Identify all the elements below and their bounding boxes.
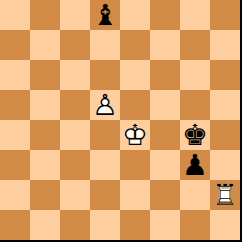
square-c4[interactable] <box>60 120 90 150</box>
square-f8[interactable] <box>150 0 180 30</box>
square-a8[interactable] <box>0 0 30 30</box>
square-f1[interactable] <box>150 210 180 240</box>
black-king-piece[interactable]: ♚ <box>180 120 210 150</box>
square-h8[interactable] <box>210 0 240 30</box>
square-g6[interactable] <box>180 60 210 90</box>
white-king-outline-glyph: ♔ <box>120 120 150 150</box>
square-c3[interactable] <box>60 150 90 180</box>
square-e8[interactable] <box>120 0 150 30</box>
white-rook-piece[interactable]: ♜♖ <box>210 180 240 210</box>
square-g5[interactable] <box>180 90 210 120</box>
black-pawn-glyph: ♟ <box>180 150 210 180</box>
square-d7[interactable] <box>90 30 120 60</box>
square-d3[interactable] <box>90 150 120 180</box>
square-b6[interactable] <box>30 60 60 90</box>
white-pawn-piece[interactable]: ♟♙ <box>90 90 120 120</box>
square-e7[interactable] <box>120 30 150 60</box>
square-b7[interactable] <box>30 30 60 60</box>
square-b3[interactable] <box>30 150 60 180</box>
square-f3[interactable] <box>150 150 180 180</box>
square-e3[interactable] <box>120 150 150 180</box>
square-a3[interactable] <box>0 150 30 180</box>
white-pawn-outline-glyph: ♙ <box>90 90 120 120</box>
square-f2[interactable] <box>150 180 180 210</box>
black-bishop-glyph: ♝ <box>90 0 120 30</box>
square-f6[interactable] <box>150 60 180 90</box>
square-e6[interactable] <box>120 60 150 90</box>
square-c8[interactable] <box>60 0 90 30</box>
square-a6[interactable] <box>0 60 30 90</box>
white-rook-outline-glyph: ♖ <box>210 180 240 210</box>
square-g1[interactable] <box>180 210 210 240</box>
square-d6[interactable] <box>90 60 120 90</box>
black-bishop-piece[interactable]: ♝ <box>90 0 120 30</box>
white-king-piece[interactable]: ♚♔ <box>120 120 150 150</box>
square-e4[interactable]: ♚♔ <box>120 120 150 150</box>
square-c6[interactable] <box>60 60 90 90</box>
square-a4[interactable] <box>0 120 30 150</box>
square-g7[interactable] <box>180 30 210 60</box>
square-b1[interactable] <box>30 210 60 240</box>
square-g3[interactable]: ♟ <box>180 150 210 180</box>
square-c1[interactable] <box>60 210 90 240</box>
square-h4[interactable] <box>210 120 240 150</box>
square-a7[interactable] <box>0 30 30 60</box>
square-f7[interactable] <box>150 30 180 60</box>
square-f4[interactable] <box>150 120 180 150</box>
square-c7[interactable] <box>60 30 90 60</box>
square-b5[interactable] <box>30 90 60 120</box>
square-c2[interactable] <box>60 180 90 210</box>
square-g8[interactable] <box>180 0 210 30</box>
square-h3[interactable] <box>210 150 240 180</box>
square-b8[interactable] <box>30 0 60 30</box>
square-d8[interactable]: ♝ <box>90 0 120 30</box>
square-b2[interactable] <box>30 180 60 210</box>
square-d5[interactable]: ♟♙ <box>90 90 120 120</box>
black-pawn-piece[interactable]: ♟ <box>180 150 210 180</box>
board-frame: ♝♟♙♚♔♚♟♜♖ <box>0 0 242 242</box>
square-h1[interactable] <box>210 210 240 240</box>
square-d1[interactable] <box>90 210 120 240</box>
square-a2[interactable] <box>0 180 30 210</box>
square-h7[interactable] <box>210 30 240 60</box>
square-h5[interactable] <box>210 90 240 120</box>
square-e1[interactable] <box>120 210 150 240</box>
square-a1[interactable] <box>0 210 30 240</box>
square-a5[interactable] <box>0 90 30 120</box>
square-g4[interactable]: ♚ <box>180 120 210 150</box>
square-c5[interactable] <box>60 90 90 120</box>
chess-board: ♝♟♙♚♔♚♟♜♖ <box>0 0 240 240</box>
square-f5[interactable] <box>150 90 180 120</box>
square-e5[interactable] <box>120 90 150 120</box>
black-king-glyph: ♚ <box>180 120 210 150</box>
square-e2[interactable] <box>120 180 150 210</box>
square-b4[interactable] <box>30 120 60 150</box>
square-d4[interactable] <box>90 120 120 150</box>
square-h2[interactable]: ♜♖ <box>210 180 240 210</box>
square-h6[interactable] <box>210 60 240 90</box>
square-d2[interactable] <box>90 180 120 210</box>
square-g2[interactable] <box>180 180 210 210</box>
